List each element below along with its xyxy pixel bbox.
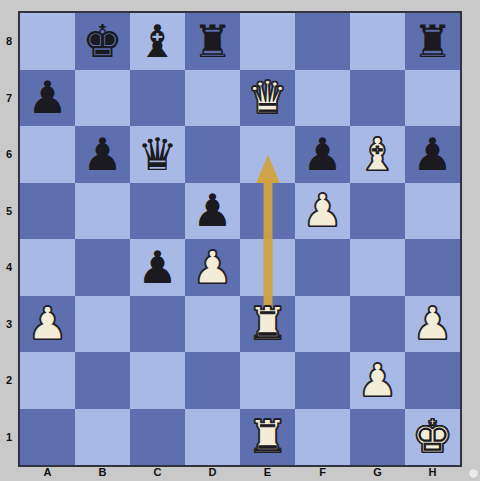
square-c1[interactable] (130, 409, 185, 466)
file-label-d: D (185, 466, 240, 480)
file-label-b: B (75, 466, 130, 480)
square-f7[interactable] (295, 70, 350, 127)
piece-white-pawn-f5[interactable]: ♟ (295, 183, 350, 240)
square-d2[interactable] (185, 352, 240, 409)
piece-black-king-b8[interactable]: ♚ (75, 13, 130, 70)
square-e2[interactable] (240, 352, 295, 409)
square-b5[interactable] (75, 183, 130, 240)
piece-black-pawn-f6[interactable]: ♟ (295, 126, 350, 183)
square-b1[interactable] (75, 409, 130, 466)
piece-white-bishop-g6[interactable]: ♝ (350, 126, 405, 183)
piece-white-rook-e3[interactable]: ♜ (240, 296, 295, 353)
piece-black-pawn-h6[interactable]: ♟ (405, 126, 460, 183)
square-g3[interactable] (350, 296, 405, 353)
square-e4[interactable] (240, 239, 295, 296)
piece-black-queen-c6[interactable]: ♛ (130, 126, 185, 183)
square-a8[interactable] (20, 13, 75, 70)
file-label-h: H (405, 466, 460, 480)
square-e8[interactable] (240, 13, 295, 70)
square-a4[interactable] (20, 239, 75, 296)
rank-label-7: 7 (2, 70, 16, 127)
file-label-f: F (295, 466, 350, 480)
square-e6[interactable] (240, 126, 295, 183)
piece-black-bishop-c8[interactable]: ♝ (130, 13, 185, 70)
square-g5[interactable] (350, 183, 405, 240)
square-h5[interactable] (405, 183, 460, 240)
square-g7[interactable] (350, 70, 405, 127)
square-g4[interactable] (350, 239, 405, 296)
piece-white-pawn-h3[interactable]: ♟ (405, 296, 460, 353)
piece-white-pawn-a3[interactable]: ♟ (20, 296, 75, 353)
square-c7[interactable] (130, 70, 185, 127)
square-a2[interactable] (20, 352, 75, 409)
square-c3[interactable] (130, 296, 185, 353)
piece-white-queen-e7[interactable]: ♛ (240, 70, 295, 127)
square-a1[interactable] (20, 409, 75, 466)
square-a5[interactable] (20, 183, 75, 240)
square-c2[interactable] (130, 352, 185, 409)
square-d1[interactable] (185, 409, 240, 466)
square-d7[interactable] (185, 70, 240, 127)
piece-white-king-h1[interactable]: ♚ (405, 409, 460, 466)
piece-black-pawn-c4[interactable]: ♟ (130, 239, 185, 296)
square-g8[interactable] (350, 13, 405, 70)
file-label-c: C (130, 466, 185, 480)
rank-label-1: 1 (2, 409, 16, 466)
square-c5[interactable] (130, 183, 185, 240)
rank-label-4: 4 (2, 239, 16, 296)
file-label-g: G (350, 466, 405, 480)
square-b4[interactable] (75, 239, 130, 296)
rank-label-6: 6 (2, 126, 16, 183)
piece-white-pawn-d4[interactable]: ♟ (185, 239, 240, 296)
rank-label-8: 8 (2, 13, 16, 70)
piece-black-pawn-b6[interactable]: ♟ (75, 126, 130, 183)
rank-label-5: 5 (2, 183, 16, 240)
piece-black-rook-d8[interactable]: ♜ (185, 13, 240, 70)
square-b3[interactable] (75, 296, 130, 353)
square-f2[interactable] (295, 352, 350, 409)
rank-label-2: 2 (2, 352, 16, 409)
square-f3[interactable] (295, 296, 350, 353)
square-h7[interactable] (405, 70, 460, 127)
rank-label-3: 3 (2, 296, 16, 353)
chess-board: ♚♝♜♜♟♛♟♛♟♝♟♟♟♟♟♟♜♟♟♜♚ (18, 11, 462, 467)
resize-handle-dot[interactable] (469, 469, 478, 478)
page: { "game": "chess", "position": { "fen": … (0, 0, 480, 481)
square-f1[interactable] (295, 409, 350, 466)
piece-black-pawn-d5[interactable]: ♟ (185, 183, 240, 240)
square-e5[interactable] (240, 183, 295, 240)
square-d3[interactable] (185, 296, 240, 353)
piece-white-rook-e1[interactable]: ♜ (240, 409, 295, 466)
piece-black-rook-h8[interactable]: ♜ (405, 13, 460, 70)
square-f8[interactable] (295, 13, 350, 70)
piece-white-pawn-g2[interactable]: ♟ (350, 352, 405, 409)
piece-black-pawn-a7[interactable]: ♟ (20, 70, 75, 127)
square-a6[interactable] (20, 126, 75, 183)
square-g1[interactable] (350, 409, 405, 466)
square-h4[interactable] (405, 239, 460, 296)
square-b7[interactable] (75, 70, 130, 127)
square-b2[interactable] (75, 352, 130, 409)
square-d6[interactable] (185, 126, 240, 183)
file-label-e: E (240, 466, 295, 480)
file-label-a: A (20, 466, 75, 480)
square-h2[interactable] (405, 352, 460, 409)
square-f4[interactable] (295, 239, 350, 296)
